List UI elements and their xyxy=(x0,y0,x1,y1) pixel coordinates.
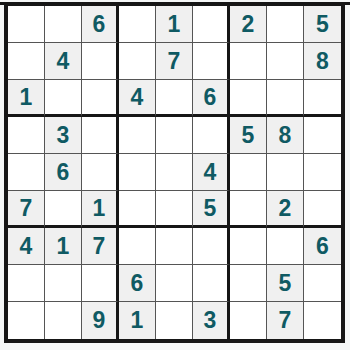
cell-r3c7[interactable] xyxy=(230,80,267,117)
cell-r5c3[interactable] xyxy=(82,154,119,191)
cell-r1c7: 2 xyxy=(230,6,267,43)
cell-r5c9[interactable] xyxy=(304,154,341,191)
cell-r6c8: 2 xyxy=(267,191,304,228)
cell-r7c1: 4 xyxy=(8,228,45,265)
cell-r6c6: 5 xyxy=(193,191,230,228)
cell-r8c1[interactable] xyxy=(8,265,45,302)
cell-r8c5[interactable] xyxy=(156,265,193,302)
cell-r8c6[interactable] xyxy=(193,265,230,302)
cell-r2c1[interactable] xyxy=(8,43,45,80)
cell-r3c2[interactable] xyxy=(45,80,82,117)
cell-r4c7: 5 xyxy=(230,117,267,154)
cell-r4c5[interactable] xyxy=(156,117,193,154)
cell-r1c4[interactable] xyxy=(119,6,156,43)
cell-r2c3[interactable] xyxy=(82,43,119,80)
cell-r1c3: 6 xyxy=(82,6,119,43)
cell-r5c5[interactable] xyxy=(156,154,193,191)
cell-r4c2: 3 xyxy=(45,117,82,154)
sudoku-board: 61254781463586471524176659137 xyxy=(4,2,345,343)
cell-r2c6[interactable] xyxy=(193,43,230,80)
cell-r6c1: 7 xyxy=(8,191,45,228)
cell-r9c7[interactable] xyxy=(230,302,267,339)
cell-r3c8[interactable] xyxy=(267,80,304,117)
cell-r5c8[interactable] xyxy=(267,154,304,191)
cell-r8c9[interactable] xyxy=(304,265,341,302)
cell-r9c3: 9 xyxy=(82,302,119,339)
cell-r1c6[interactable] xyxy=(193,6,230,43)
cell-r1c8[interactable] xyxy=(267,6,304,43)
cell-r6c2[interactable] xyxy=(45,191,82,228)
cell-r5c1[interactable] xyxy=(8,154,45,191)
cell-r2c4[interactable] xyxy=(119,43,156,80)
cell-r2c9: 8 xyxy=(304,43,341,80)
cell-r7c9: 6 xyxy=(304,228,341,265)
cell-r1c2[interactable] xyxy=(45,6,82,43)
cell-r9c8: 7 xyxy=(267,302,304,339)
cell-r7c4[interactable] xyxy=(119,228,156,265)
cell-r6c4[interactable] xyxy=(119,191,156,228)
cell-r7c5[interactable] xyxy=(156,228,193,265)
cell-r8c8: 5 xyxy=(267,265,304,302)
cell-r6c7[interactable] xyxy=(230,191,267,228)
cell-r9c5[interactable] xyxy=(156,302,193,339)
cell-r2c8[interactable] xyxy=(267,43,304,80)
cell-r9c1[interactable] xyxy=(8,302,45,339)
cell-r3c3[interactable] xyxy=(82,80,119,117)
cell-r9c2[interactable] xyxy=(45,302,82,339)
cell-r8c4: 6 xyxy=(119,265,156,302)
cell-r3c1: 1 xyxy=(8,80,45,117)
cell-r3c4: 4 xyxy=(119,80,156,117)
cell-r5c2: 6 xyxy=(45,154,82,191)
cell-r6c5[interactable] xyxy=(156,191,193,228)
cell-r9c6: 3 xyxy=(193,302,230,339)
cell-r2c2: 4 xyxy=(45,43,82,80)
cell-r9c9[interactable] xyxy=(304,302,341,339)
cell-r7c8[interactable] xyxy=(267,228,304,265)
cell-r5c6: 4 xyxy=(193,154,230,191)
cell-r4c4[interactable] xyxy=(119,117,156,154)
cell-r8c2[interactable] xyxy=(45,265,82,302)
cell-r9c4: 1 xyxy=(119,302,156,339)
cell-r7c6[interactable] xyxy=(193,228,230,265)
cell-r1c1[interactable] xyxy=(8,6,45,43)
cell-r7c3: 7 xyxy=(82,228,119,265)
cell-r2c7[interactable] xyxy=(230,43,267,80)
cell-r8c7[interactable] xyxy=(230,265,267,302)
cell-r3c5[interactable] xyxy=(156,80,193,117)
cell-r4c8: 8 xyxy=(267,117,304,154)
cell-r3c9[interactable] xyxy=(304,80,341,117)
cell-r7c2: 1 xyxy=(45,228,82,265)
cell-r4c6[interactable] xyxy=(193,117,230,154)
cell-r4c9[interactable] xyxy=(304,117,341,154)
cell-r6c9[interactable] xyxy=(304,191,341,228)
cell-r4c3[interactable] xyxy=(82,117,119,154)
cell-r2c5: 7 xyxy=(156,43,193,80)
cell-r4c1[interactable] xyxy=(8,117,45,154)
cell-r5c4[interactable] xyxy=(119,154,156,191)
cell-r3c6: 6 xyxy=(193,80,230,117)
cell-r7c7[interactable] xyxy=(230,228,267,265)
cell-r1c9: 5 xyxy=(304,6,341,43)
cell-r1c5: 1 xyxy=(156,6,193,43)
cell-r5c7[interactable] xyxy=(230,154,267,191)
cell-r6c3: 1 xyxy=(82,191,119,228)
cell-r8c3[interactable] xyxy=(82,265,119,302)
